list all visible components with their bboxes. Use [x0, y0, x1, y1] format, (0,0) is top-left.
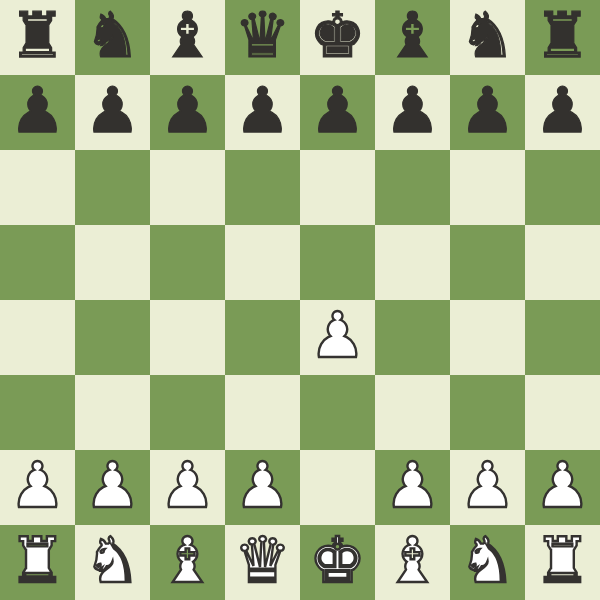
square-d7[interactable]: ♟	[225, 75, 300, 150]
square-d2[interactable]: ♟	[225, 450, 300, 525]
square-c7[interactable]: ♟	[150, 75, 225, 150]
white-rook[interactable]: ♜	[9, 523, 65, 598]
square-e4[interactable]: ♟	[300, 300, 375, 375]
square-h6[interactable]	[525, 150, 600, 225]
square-b3[interactable]	[75, 375, 150, 450]
black-rook[interactable]: ♜	[9, 0, 65, 73]
square-h4[interactable]	[525, 300, 600, 375]
square-d6[interactable]	[225, 150, 300, 225]
square-d4[interactable]	[225, 300, 300, 375]
square-b4[interactable]	[75, 300, 150, 375]
white-bishop[interactable]: ♝	[159, 523, 215, 598]
square-e2[interactable]	[300, 450, 375, 525]
black-pawn[interactable]: ♟	[384, 73, 440, 148]
square-h3[interactable]	[525, 375, 600, 450]
square-f8[interactable]: ♝	[375, 0, 450, 75]
square-c8[interactable]: ♝	[150, 0, 225, 75]
black-bishop[interactable]: ♝	[159, 0, 215, 73]
black-knight[interactable]: ♞	[459, 0, 515, 73]
square-c3[interactable]	[150, 375, 225, 450]
square-a2[interactable]: ♟	[0, 450, 75, 525]
square-b2[interactable]: ♟	[75, 450, 150, 525]
square-d5[interactable]	[225, 225, 300, 300]
white-pawn[interactable]: ♟	[309, 298, 365, 373]
white-king[interactable]: ♚	[309, 523, 365, 598]
square-h7[interactable]: ♟	[525, 75, 600, 150]
square-h5[interactable]	[525, 225, 600, 300]
square-b8[interactable]: ♞	[75, 0, 150, 75]
square-a7[interactable]: ♟	[0, 75, 75, 150]
square-f6[interactable]	[375, 150, 450, 225]
white-pawn[interactable]: ♟	[234, 448, 290, 523]
square-g6[interactable]	[450, 150, 525, 225]
square-d3[interactable]	[225, 375, 300, 450]
black-knight[interactable]: ♞	[84, 0, 140, 73]
square-a6[interactable]	[0, 150, 75, 225]
square-g8[interactable]: ♞	[450, 0, 525, 75]
white-pawn[interactable]: ♟	[84, 448, 140, 523]
square-f4[interactable]	[375, 300, 450, 375]
white-pawn[interactable]: ♟	[534, 448, 590, 523]
square-g5[interactable]	[450, 225, 525, 300]
square-g1[interactable]: ♞	[450, 525, 525, 600]
square-e8[interactable]: ♚	[300, 0, 375, 75]
black-pawn[interactable]: ♟	[84, 73, 140, 148]
white-pawn[interactable]: ♟	[9, 448, 65, 523]
square-e5[interactable]	[300, 225, 375, 300]
black-queen[interactable]: ♛	[234, 0, 290, 73]
square-e6[interactable]	[300, 150, 375, 225]
white-queen[interactable]: ♛	[234, 523, 290, 598]
white-bishop[interactable]: ♝	[384, 523, 440, 598]
black-rook[interactable]: ♜	[534, 0, 590, 73]
square-f7[interactable]: ♟	[375, 75, 450, 150]
square-g4[interactable]	[450, 300, 525, 375]
square-b1[interactable]: ♞	[75, 525, 150, 600]
white-knight[interactable]: ♞	[84, 523, 140, 598]
chess-board: ♜♞♝♛♚♝♞♜♟♟♟♟♟♟♟♟♟♟♟♟♟♟♟♟♜♞♝♛♚♝♞♜	[0, 0, 600, 600]
square-g2[interactable]: ♟	[450, 450, 525, 525]
square-d8[interactable]: ♛	[225, 0, 300, 75]
square-g3[interactable]	[450, 375, 525, 450]
square-c6[interactable]	[150, 150, 225, 225]
black-pawn[interactable]: ♟	[534, 73, 590, 148]
square-a8[interactable]: ♜	[0, 0, 75, 75]
square-a1[interactable]: ♜	[0, 525, 75, 600]
square-g7[interactable]: ♟	[450, 75, 525, 150]
black-pawn[interactable]: ♟	[9, 73, 65, 148]
square-h2[interactable]: ♟	[525, 450, 600, 525]
square-f1[interactable]: ♝	[375, 525, 450, 600]
white-knight[interactable]: ♞	[459, 523, 515, 598]
black-pawn[interactable]: ♟	[159, 73, 215, 148]
square-b7[interactable]: ♟	[75, 75, 150, 150]
black-pawn[interactable]: ♟	[309, 73, 365, 148]
square-d1[interactable]: ♛	[225, 525, 300, 600]
square-f5[interactable]	[375, 225, 450, 300]
square-b5[interactable]	[75, 225, 150, 300]
square-e1[interactable]: ♚	[300, 525, 375, 600]
square-e7[interactable]: ♟	[300, 75, 375, 150]
square-c4[interactable]	[150, 300, 225, 375]
square-a5[interactable]	[0, 225, 75, 300]
white-rook[interactable]: ♜	[534, 523, 590, 598]
square-e3[interactable]	[300, 375, 375, 450]
square-c1[interactable]: ♝	[150, 525, 225, 600]
square-f2[interactable]: ♟	[375, 450, 450, 525]
white-pawn[interactable]: ♟	[384, 448, 440, 523]
square-h8[interactable]: ♜	[525, 0, 600, 75]
square-c5[interactable]	[150, 225, 225, 300]
white-pawn[interactable]: ♟	[459, 448, 515, 523]
black-bishop[interactable]: ♝	[384, 0, 440, 73]
square-c2[interactable]: ♟	[150, 450, 225, 525]
black-pawn[interactable]: ♟	[234, 73, 290, 148]
square-a4[interactable]	[0, 300, 75, 375]
square-h1[interactable]: ♜	[525, 525, 600, 600]
white-pawn[interactable]: ♟	[159, 448, 215, 523]
square-f3[interactable]	[375, 375, 450, 450]
square-b6[interactable]	[75, 150, 150, 225]
black-pawn[interactable]: ♟	[459, 73, 515, 148]
square-a3[interactable]	[0, 375, 75, 450]
black-king[interactable]: ♚	[309, 0, 365, 73]
